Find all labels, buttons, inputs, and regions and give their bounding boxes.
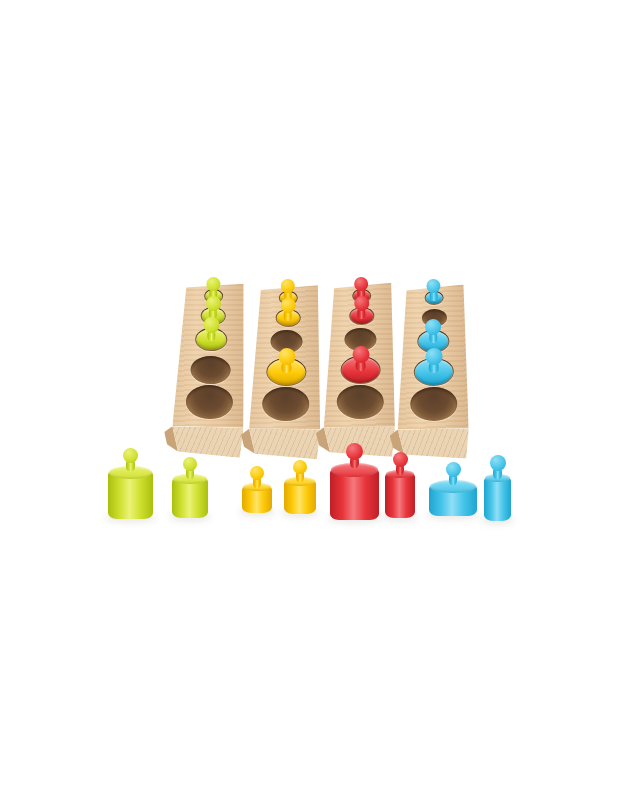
blue-cylinder-wide-flat[interactable]	[429, 485, 477, 516]
green-cylinder-body	[172, 478, 208, 518]
red-knob-ball	[393, 452, 408, 467]
red-cylinder-body	[385, 473, 415, 518]
yellow-knob-ball	[293, 460, 307, 474]
blue-knob-ball	[490, 455, 506, 471]
blue-cylinder-body	[484, 477, 511, 521]
product-photo-stage	[0, 0, 620, 800]
removed-cylinders-row	[0, 0, 620, 800]
green-knob-ball	[123, 448, 138, 463]
red-cylinder-large[interactable]	[330, 469, 379, 520]
blue-knob-ball	[446, 462, 461, 477]
blue-cylinder-small[interactable]	[484, 477, 511, 521]
red-cylinder-medium[interactable]	[385, 473, 415, 518]
green-cylinder-large[interactable]	[108, 471, 153, 519]
green-knob-ball	[183, 457, 197, 471]
yellow-knob-ball	[250, 466, 264, 480]
yellow-cylinder-medium[interactable]	[284, 480, 316, 514]
yellow-cylinder-small[interactable]	[242, 486, 272, 513]
red-knob-ball	[346, 443, 363, 460]
green-cylinder-medium[interactable]	[172, 478, 208, 518]
